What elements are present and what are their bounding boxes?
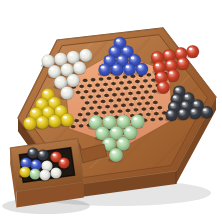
marble-highlight — [38, 118, 42, 121]
marble-highlight — [57, 55, 61, 58]
marble-body — [36, 116, 49, 129]
hole-10-10[interactable] — [158, 106, 163, 109]
marble-highlight — [165, 52, 169, 55]
hole-5-7[interactable] — [127, 81, 132, 84]
marble-highlight — [105, 140, 109, 143]
marble-body — [27, 147, 38, 158]
marble-highlight — [111, 48, 115, 51]
marble-highlight — [138, 65, 142, 68]
hole-4-5[interactable] — [107, 77, 112, 80]
hole-10-0[interactable] — [78, 113, 83, 116]
marble-blue[interactable] — [111, 63, 124, 76]
hole-10-7[interactable] — [134, 108, 139, 111]
marble-body — [67, 74, 80, 87]
marble-highlight — [40, 152, 43, 154]
hole-6-0[interactable] — [76, 91, 81, 94]
marble-red[interactable] — [167, 69, 180, 82]
marble-highlight — [23, 160, 26, 162]
hole-11-1[interactable] — [82, 118, 87, 121]
hole-9-0[interactable] — [81, 107, 86, 110]
marble-red[interactable] — [186, 45, 199, 58]
marble-highlight — [203, 109, 206, 111]
hole-12-11[interactable] — [159, 117, 164, 120]
marble-body — [165, 109, 177, 121]
marble-highlight — [51, 117, 55, 120]
marble-highlight — [32, 110, 36, 113]
marble-black[interactable] — [165, 109, 177, 121]
marble-highlight — [168, 111, 171, 113]
marble-highlight — [180, 110, 183, 112]
marble-highlight — [53, 154, 56, 156]
marble-body — [48, 114, 61, 127]
hole-7-0[interactable] — [80, 96, 85, 99]
marble-body — [177, 108, 189, 120]
drawer-marble-black[interactable] — [37, 149, 48, 160]
marble-highlight — [44, 91, 48, 94]
hole-6-2[interactable] — [92, 89, 97, 92]
marble-blue[interactable] — [123, 63, 136, 76]
marble-yellow[interactable] — [48, 114, 61, 127]
hole-8-8[interactable] — [149, 96, 154, 99]
hole-7-5[interactable] — [120, 92, 125, 95]
hole-10-9[interactable] — [150, 107, 155, 110]
hole-12-1[interactable] — [79, 124, 84, 127]
hole-9-9[interactable] — [153, 101, 158, 104]
hole-7-3[interactable] — [104, 94, 109, 97]
marble-highlight — [194, 102, 197, 104]
marble-body — [79, 49, 92, 62]
marble-highlight — [170, 103, 173, 105]
hole-9-1[interactable] — [89, 106, 94, 109]
marble-highlight — [105, 118, 109, 121]
hole-7-7[interactable] — [136, 91, 141, 94]
hole-10-1[interactable] — [86, 112, 91, 115]
marble-body — [109, 148, 123, 162]
hole-9-8[interactable] — [145, 101, 150, 104]
hole-9-6[interactable] — [129, 103, 134, 106]
marble-highlight — [69, 53, 73, 56]
hole-8-4[interactable] — [117, 98, 122, 101]
hole-10-5[interactable] — [118, 110, 123, 113]
marble-highlight — [124, 48, 128, 51]
marble-highlight — [33, 162, 36, 164]
marble-highlight — [44, 109, 48, 112]
marble-highlight — [185, 95, 188, 97]
marble-highlight — [173, 96, 176, 98]
marble-highlight — [131, 57, 135, 60]
marble-body — [60, 86, 73, 99]
marble-highlight — [182, 103, 185, 105]
marble-highlight — [126, 66, 130, 69]
drawer-marble-white[interactable] — [50, 167, 61, 178]
hole-8-5[interactable] — [125, 98, 130, 101]
hole-10-2[interactable] — [94, 112, 99, 115]
hole-6-7[interactable] — [132, 86, 137, 89]
marble-white[interactable] — [79, 49, 92, 62]
marble-blue[interactable] — [136, 63, 149, 76]
marble-highlight — [159, 83, 163, 86]
marble-body — [177, 57, 190, 70]
marble-highlight — [38, 100, 42, 103]
marble-black[interactable] — [201, 106, 213, 118]
marble-highlight — [176, 88, 179, 90]
hole-5-5[interactable] — [111, 82, 116, 85]
marble-highlight — [112, 151, 116, 154]
board-scene — [0, 0, 222, 222]
hole-8-2[interactable] — [101, 100, 106, 103]
marble-highlight — [53, 170, 56, 172]
hole-7-4[interactable] — [112, 93, 117, 96]
marble-blue[interactable] — [98, 63, 111, 76]
marble-highlight — [51, 68, 55, 71]
hole-5-1[interactable] — [79, 85, 84, 88]
marble-body — [37, 149, 48, 160]
marble-highlight — [157, 74, 161, 77]
marble-highlight — [167, 62, 171, 65]
marble-body — [58, 157, 69, 168]
marble-highlight — [63, 89, 67, 92]
marble-body — [111, 63, 124, 76]
hole-6-4[interactable] — [108, 88, 113, 91]
marble-highlight — [155, 64, 159, 67]
hole-5-6[interactable] — [119, 81, 124, 84]
marble-highlight — [106, 57, 110, 60]
hole-7-1[interactable] — [88, 95, 93, 98]
marble-highlight — [44, 163, 47, 165]
marble-highlight — [112, 129, 116, 132]
hole-7-6[interactable] — [128, 92, 133, 95]
hole-10-3[interactable] — [102, 111, 107, 114]
marble-highlight — [82, 51, 86, 54]
hole-6-8[interactable] — [140, 85, 145, 88]
marble-highlight — [30, 150, 33, 152]
marble-body — [186, 45, 199, 58]
hole-7-9[interactable] — [152, 90, 157, 93]
hole-11-9[interactable] — [146, 113, 151, 116]
hole-5-8[interactable] — [135, 80, 140, 83]
marble-black[interactable] — [177, 108, 189, 120]
marble-highlight — [42, 172, 45, 174]
marble-body — [73, 61, 86, 74]
marble-highlight — [63, 116, 67, 119]
marble-highlight — [169, 72, 173, 75]
hole-6-5[interactable] — [116, 87, 121, 90]
marble-yellow[interactable] — [60, 113, 73, 126]
drawer-marble-yellow[interactable] — [19, 166, 30, 177]
chinese-checkers-board-photo — [0, 0, 222, 222]
hole-8-0[interactable] — [85, 101, 90, 104]
hole-7-2[interactable] — [96, 95, 101, 98]
hole-9-5[interactable] — [121, 104, 126, 107]
marble-body — [189, 107, 201, 119]
hole-6-6[interactable] — [124, 86, 129, 89]
marble-white[interactable] — [73, 61, 86, 74]
marble-body — [39, 169, 50, 180]
drawer[interactable] — [10, 139, 84, 208]
hole-4-4[interactable] — [99, 77, 104, 80]
hole-9-4[interactable] — [113, 104, 118, 107]
marble-highlight — [98, 129, 102, 132]
marble-highlight — [118, 57, 122, 60]
marble-highlight — [126, 129, 130, 132]
hole-5-9[interactable] — [143, 79, 148, 82]
marble-highlight — [76, 64, 80, 67]
marble-yellow[interactable] — [23, 117, 36, 130]
hole-4-2[interactable] — [83, 79, 88, 82]
hole-7-8[interactable] — [144, 90, 149, 93]
marble-highlight — [61, 160, 64, 162]
marble-highlight — [189, 48, 193, 51]
marble-black[interactable] — [189, 107, 201, 119]
marble-body — [98, 63, 111, 76]
marble-body — [157, 81, 170, 94]
hole-5-3[interactable] — [95, 83, 100, 86]
marble-body — [50, 167, 61, 178]
marble-highlight — [119, 118, 123, 121]
drawer-marble-red[interactable] — [58, 157, 69, 168]
drawer-marble-green[interactable] — [29, 168, 40, 179]
marble-yellow[interactable] — [36, 116, 49, 129]
marble-body — [19, 166, 30, 177]
drawer-marble-black[interactable] — [27, 147, 38, 158]
marble-body — [136, 63, 149, 76]
marble-highlight — [153, 54, 157, 57]
hole-8-6[interactable] — [133, 97, 138, 100]
marble-white[interactable] — [67, 74, 80, 87]
marble-highlight — [119, 140, 123, 143]
marble-highlight — [191, 109, 194, 111]
hole-11-0[interactable] — [74, 119, 79, 122]
marble-highlight — [116, 39, 120, 42]
marble-green[interactable] — [109, 148, 123, 162]
hole-9-7[interactable] — [137, 102, 142, 105]
marble-highlight — [32, 171, 35, 173]
marble-red[interactable] — [157, 81, 170, 94]
marble-highlight — [57, 78, 61, 81]
hole-8-1[interactable] — [93, 100, 98, 103]
hole-5-2[interactable] — [87, 84, 92, 87]
hole-6-9[interactable] — [148, 84, 153, 87]
marble-highlight — [177, 50, 181, 53]
marble-highlight — [63, 66, 67, 69]
hole-8-7[interactable] — [141, 96, 146, 99]
marble-highlight — [26, 119, 30, 122]
marble-body — [167, 69, 180, 82]
hole-10-6[interactable] — [126, 109, 131, 112]
hole-11-10[interactable] — [154, 112, 159, 115]
hole-5-4[interactable] — [103, 83, 108, 86]
hole-10-8[interactable] — [142, 107, 147, 110]
marble-body — [123, 63, 136, 76]
hole-4-10[interactable] — [147, 73, 152, 76]
marble-highlight — [179, 60, 183, 63]
hole-4-3[interactable] — [91, 78, 96, 81]
hole-9-2[interactable] — [97, 106, 102, 109]
hole-10-4[interactable] — [110, 110, 115, 113]
hole-12-10[interactable] — [151, 118, 156, 121]
marble-highlight — [57, 108, 61, 111]
marble-white[interactable] — [60, 86, 73, 99]
marble-body — [29, 168, 40, 179]
hole-6-3[interactable] — [100, 89, 105, 92]
hole-6-1[interactable] — [84, 90, 89, 93]
hole-9-3[interactable] — [105, 105, 110, 108]
marble-highlight — [133, 117, 137, 120]
marble-highlight — [91, 118, 95, 121]
hole-4-6[interactable] — [115, 76, 120, 79]
drawer-marble-white[interactable] — [39, 169, 50, 180]
hole-8-3[interactable] — [109, 99, 114, 102]
marble-highlight — [50, 99, 54, 102]
marble-red[interactable] — [177, 57, 190, 70]
marble-highlight — [22, 169, 25, 171]
marble-body — [201, 106, 213, 118]
marble-body — [23, 117, 36, 130]
marble-highlight — [69, 76, 73, 79]
marble-body — [60, 113, 73, 126]
marble-highlight — [113, 66, 117, 69]
marble-highlight — [101, 66, 105, 69]
marble-highlight — [44, 57, 48, 60]
